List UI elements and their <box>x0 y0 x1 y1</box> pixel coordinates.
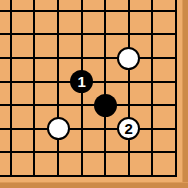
board-cell[interactable] <box>117 93 141 117</box>
board-cell[interactable] <box>46 46 70 70</box>
board-cell[interactable] <box>140 117 164 141</box>
board-cell[interactable] <box>70 93 94 117</box>
board-cell[interactable] <box>46 0 70 23</box>
board-cell[interactable] <box>23 23 47 47</box>
board-cell[interactable] <box>23 140 47 164</box>
board-cell[interactable] <box>117 140 141 164</box>
board-cell[interactable] <box>46 93 70 117</box>
board-cell[interactable] <box>0 93 23 117</box>
board-cell[interactable] <box>140 0 164 23</box>
board-cell[interactable] <box>23 0 47 23</box>
board-cell[interactable] <box>23 117 47 141</box>
white-stone[interactable] <box>47 117 70 140</box>
board-cell[interactable] <box>0 23 23 47</box>
board-cell[interactable] <box>23 46 47 70</box>
board-cell[interactable] <box>0 0 23 23</box>
board-edge-shadow-right <box>182 0 188 188</box>
board-cell[interactable] <box>117 0 141 23</box>
white-stone[interactable] <box>117 47 140 70</box>
board-cell[interactable] <box>117 23 141 47</box>
board-cell[interactable] <box>46 23 70 47</box>
board-cell[interactable] <box>0 117 23 141</box>
go-board: 12 <box>0 0 188 188</box>
board-cell[interactable] <box>93 140 117 164</box>
board-cell[interactable] <box>93 117 117 141</box>
board-cell[interactable] <box>46 70 70 94</box>
board-cell[interactable] <box>70 46 94 70</box>
board-cell[interactable] <box>46 140 70 164</box>
board-cell[interactable] <box>140 46 164 70</box>
board-cell[interactable] <box>23 70 47 94</box>
board-cell[interactable] <box>140 70 164 94</box>
board-cell[interactable] <box>93 46 117 70</box>
board-cell[interactable] <box>70 0 94 23</box>
board-cell[interactable] <box>93 70 117 94</box>
board-cell[interactable] <box>117 70 141 94</box>
black-stone[interactable] <box>94 94 117 117</box>
black-stone[interactable]: 1 <box>70 70 93 93</box>
board-cell[interactable] <box>140 93 164 117</box>
board-cell[interactable] <box>93 0 117 23</box>
board-cell[interactable] <box>140 140 164 164</box>
board-grid <box>0 0 187 187</box>
board-cell[interactable] <box>93 23 117 47</box>
board-cell[interactable] <box>0 140 23 164</box>
board-cell[interactable] <box>23 93 47 117</box>
board-cell[interactable] <box>140 23 164 47</box>
board-cell[interactable] <box>0 46 23 70</box>
board-cell[interactable] <box>70 117 94 141</box>
board-cell[interactable] <box>0 70 23 94</box>
board-edge-shadow-bottom <box>0 182 188 188</box>
board-cell[interactable] <box>70 140 94 164</box>
board-cell[interactable] <box>70 23 94 47</box>
